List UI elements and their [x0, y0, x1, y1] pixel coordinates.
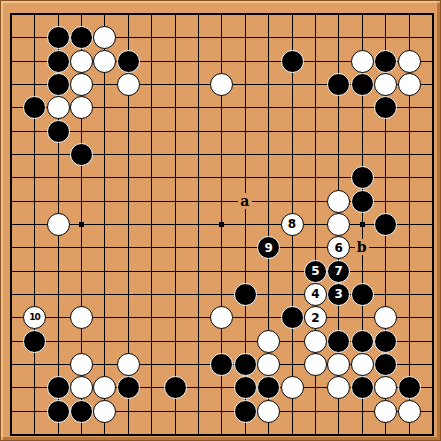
stone-black	[374, 213, 397, 236]
stone-black	[374, 330, 397, 353]
stone-white-move-2: 2	[304, 306, 327, 329]
stone-black	[47, 73, 70, 96]
stone-white	[93, 50, 116, 73]
stone-black	[70, 26, 93, 49]
stone-black	[117, 50, 140, 73]
stone-white	[70, 50, 93, 73]
move-number: 5	[311, 265, 319, 277]
stone-black	[351, 190, 374, 213]
stone-black	[164, 376, 187, 399]
move-number: 3	[335, 288, 343, 300]
stone-black	[374, 353, 397, 376]
go-diagram: 8965743102ab	[0, 0, 441, 441]
stone-white	[327, 353, 350, 376]
stone-black	[23, 330, 46, 353]
stone-black	[117, 376, 140, 399]
move-number: 8	[288, 218, 296, 230]
stone-white	[398, 50, 421, 73]
move-number: 9	[264, 242, 272, 254]
stone-black	[47, 50, 70, 73]
stone-white	[70, 73, 93, 96]
stone-white	[398, 73, 421, 96]
stone-black	[351, 376, 374, 399]
stone-black	[351, 73, 374, 96]
stone-black	[351, 283, 374, 306]
stone-white	[70, 353, 93, 376]
stone-white	[374, 73, 397, 96]
stone-white	[70, 376, 93, 399]
stone-white-move-4: 4	[304, 283, 327, 306]
point-label-a: a	[238, 193, 252, 209]
stone-black	[351, 166, 374, 189]
stone-white	[70, 306, 93, 329]
move-number: 7	[335, 265, 343, 277]
stone-black	[398, 376, 421, 399]
stone-white	[304, 330, 327, 353]
stone-black	[47, 376, 70, 399]
stone-black	[70, 400, 93, 423]
stone-black-move-5: 5	[304, 260, 327, 283]
stone-white	[257, 400, 280, 423]
stone-white	[47, 96, 70, 119]
stone-black	[281, 50, 304, 73]
stone-white	[117, 73, 140, 96]
stone-black	[234, 400, 257, 423]
stone-white	[374, 400, 397, 423]
stone-black-move-3: 3	[327, 283, 350, 306]
stone-black	[70, 143, 93, 166]
stone-white	[327, 190, 350, 213]
stone-white	[351, 50, 374, 73]
stone-black	[234, 353, 257, 376]
move-number: 2	[311, 312, 319, 324]
go-board[interactable]: 8965743102ab	[0, 0, 441, 441]
stone-black	[234, 283, 257, 306]
star-point	[219, 222, 224, 227]
stone-white	[257, 353, 280, 376]
point-label-b: b	[355, 239, 369, 255]
star-point	[79, 222, 84, 227]
stone-white	[304, 353, 327, 376]
star-point	[360, 222, 365, 227]
stone-white	[281, 376, 304, 399]
stone-white	[70, 96, 93, 119]
stone-black	[47, 120, 70, 143]
move-number: 4	[311, 288, 319, 300]
stone-white	[93, 400, 116, 423]
stone-black	[210, 353, 233, 376]
stone-black	[234, 376, 257, 399]
stone-white	[47, 213, 70, 236]
move-number: 10	[29, 313, 40, 322]
stone-black	[327, 330, 350, 353]
stone-white	[117, 353, 140, 376]
stone-black	[281, 306, 304, 329]
stone-black-move-7: 7	[327, 260, 350, 283]
stone-white	[398, 400, 421, 423]
stone-black	[374, 50, 397, 73]
stone-white-move-8: 8	[281, 213, 304, 236]
stone-black	[351, 330, 374, 353]
stone-white	[351, 353, 374, 376]
stone-black	[47, 400, 70, 423]
stone-white	[327, 213, 350, 236]
stone-white	[257, 330, 280, 353]
move-number: 6	[335, 242, 343, 254]
stone-black	[47, 26, 70, 49]
